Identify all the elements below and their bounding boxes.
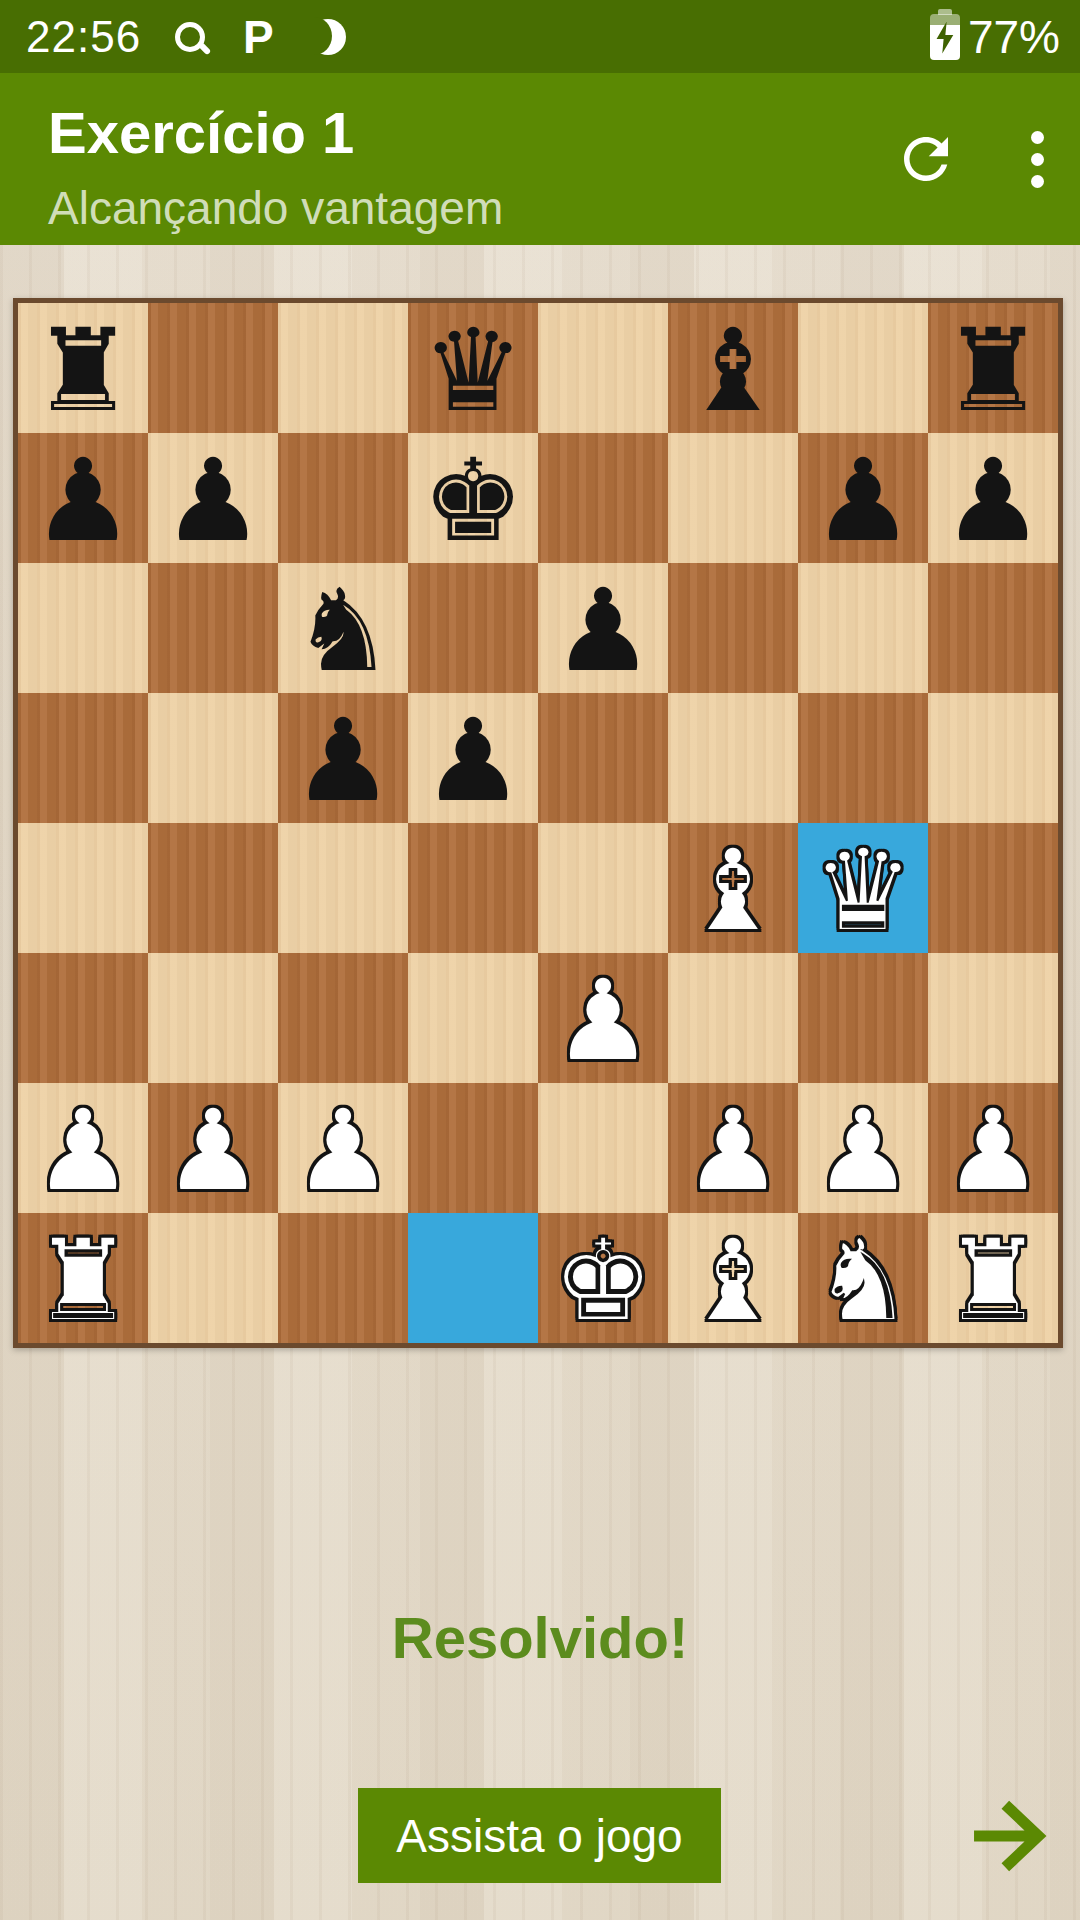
- square-a4[interactable]: [18, 823, 148, 953]
- square-a5[interactable]: [18, 693, 148, 823]
- p-notification-icon: P: [243, 14, 274, 60]
- square-f6[interactable]: [668, 563, 798, 693]
- clock: 22:56: [26, 12, 141, 62]
- white-rook: ♜: [942, 1224, 1044, 1338]
- square-g8[interactable]: [798, 303, 928, 433]
- square-g5[interactable]: [798, 693, 928, 823]
- square-b4[interactable]: [148, 823, 278, 953]
- square-g4[interactable]: ♛: [798, 823, 928, 953]
- square-d1[interactable]: [408, 1213, 538, 1343]
- square-a8[interactable]: ♜: [18, 303, 148, 433]
- app-bar-actions: [893, 73, 1062, 245]
- square-c3[interactable]: [278, 953, 408, 1083]
- black-pawn: ♟: [812, 444, 914, 558]
- status-bar: 22:56 P 77%: [0, 0, 1080, 73]
- square-b2[interactable]: ♟: [148, 1083, 278, 1213]
- white-pawn: ♟: [162, 1094, 264, 1208]
- app-screen: 22:56 P 77% Exercício 1 Alcançando vanta…: [0, 0, 1080, 1920]
- white-pawn: ♟: [682, 1094, 784, 1208]
- square-d5[interactable]: ♟: [408, 693, 538, 823]
- square-b3[interactable]: [148, 953, 278, 1083]
- square-a2[interactable]: ♟: [18, 1083, 148, 1213]
- black-rook: ♜: [32, 314, 134, 428]
- square-h6[interactable]: [928, 563, 1058, 693]
- white-knight: ♞: [812, 1224, 914, 1338]
- square-c8[interactable]: [278, 303, 408, 433]
- black-queen: ♛: [422, 314, 524, 428]
- square-h2[interactable]: ♟: [928, 1083, 1058, 1213]
- square-a6[interactable]: [18, 563, 148, 693]
- square-c7[interactable]: [278, 433, 408, 563]
- square-e8[interactable]: [538, 303, 668, 433]
- white-king: ♚: [552, 1224, 654, 1338]
- white-bishop: ♝: [682, 834, 784, 948]
- search-icon: [175, 22, 205, 52]
- square-h5[interactable]: [928, 693, 1058, 823]
- square-d2[interactable]: [408, 1083, 538, 1213]
- square-d8[interactable]: ♛: [408, 303, 538, 433]
- black-pawn: ♟: [422, 704, 524, 818]
- square-e1[interactable]: ♚: [538, 1213, 668, 1343]
- square-c5[interactable]: ♟: [278, 693, 408, 823]
- white-queen: ♛: [812, 834, 914, 948]
- square-h1[interactable]: ♜: [928, 1213, 1058, 1343]
- square-e2[interactable]: [538, 1083, 668, 1213]
- square-f3[interactable]: [668, 953, 798, 1083]
- square-f7[interactable]: [668, 433, 798, 563]
- square-h7[interactable]: ♟: [928, 433, 1058, 563]
- square-g6[interactable]: [798, 563, 928, 693]
- square-h3[interactable]: [928, 953, 1058, 1083]
- white-rook: ♜: [32, 1224, 134, 1338]
- square-c4[interactable]: [278, 823, 408, 953]
- chess-board: ♜♛♝♜♟♟♚♟♟♞♟♟♟♝♛♟♟♟♟♟♟♟♜♚♝♞♜: [13, 298, 1063, 1348]
- square-f4[interactable]: ♝: [668, 823, 798, 953]
- moon-icon: [312, 17, 348, 57]
- white-pawn: ♟: [942, 1094, 1044, 1208]
- arrow-forward-icon[interactable]: [963, 1790, 1055, 1882]
- black-pawn: ♟: [552, 574, 654, 688]
- square-f8[interactable]: ♝: [668, 303, 798, 433]
- square-g1[interactable]: ♞: [798, 1213, 928, 1343]
- square-g7[interactable]: ♟: [798, 433, 928, 563]
- white-pawn: ♟: [812, 1094, 914, 1208]
- square-d4[interactable]: [408, 823, 538, 953]
- black-pawn: ♟: [292, 704, 394, 818]
- square-e4[interactable]: [538, 823, 668, 953]
- app-bar: Exercício 1 Alcançando vantagem: [0, 73, 1080, 245]
- overflow-menu-icon[interactable]: [1013, 131, 1062, 188]
- square-b1[interactable]: [148, 1213, 278, 1343]
- square-g3[interactable]: [798, 953, 928, 1083]
- refresh-icon[interactable]: [893, 126, 959, 192]
- page-title: Exercício 1: [48, 99, 354, 166]
- square-b6[interactable]: [148, 563, 278, 693]
- black-pawn: ♟: [162, 444, 264, 558]
- square-g2[interactable]: ♟: [798, 1083, 928, 1213]
- black-king: ♚: [422, 444, 524, 558]
- page-subtitle: Alcançando vantagem: [48, 181, 503, 235]
- square-c1[interactable]: [278, 1213, 408, 1343]
- status-bar-right: 77%: [930, 10, 1060, 64]
- solved-status-text: Resolvido!: [0, 1604, 1080, 1671]
- square-a7[interactable]: ♟: [18, 433, 148, 563]
- square-b7[interactable]: ♟: [148, 433, 278, 563]
- square-b5[interactable]: [148, 693, 278, 823]
- square-h8[interactable]: ♜: [928, 303, 1058, 433]
- square-a3[interactable]: [18, 953, 148, 1083]
- black-rook: ♜: [942, 314, 1044, 428]
- watch-game-button[interactable]: Assista o jogo: [358, 1788, 721, 1883]
- square-h4[interactable]: [928, 823, 1058, 953]
- square-f2[interactable]: ♟: [668, 1083, 798, 1213]
- white-bishop: ♝: [682, 1224, 784, 1338]
- square-c2[interactable]: ♟: [278, 1083, 408, 1213]
- square-a1[interactable]: ♜: [18, 1213, 148, 1343]
- black-pawn: ♟: [942, 444, 1044, 558]
- black-bishop: ♝: [682, 314, 784, 428]
- white-pawn: ♟: [32, 1094, 134, 1208]
- square-c6[interactable]: ♞: [278, 563, 408, 693]
- battery-percent: 77%: [968, 10, 1060, 64]
- square-e3[interactable]: ♟: [538, 953, 668, 1083]
- square-d7[interactable]: ♚: [408, 433, 538, 563]
- square-e5[interactable]: [538, 693, 668, 823]
- black-pawn: ♟: [32, 444, 134, 558]
- black-knight: ♞: [292, 574, 394, 688]
- square-d6[interactable]: [408, 563, 538, 693]
- white-pawn: ♟: [552, 964, 654, 1078]
- square-f5[interactable]: [668, 693, 798, 823]
- square-e6[interactable]: ♟: [538, 563, 668, 693]
- white-pawn: ♟: [292, 1094, 394, 1208]
- battery-charging-icon: [930, 14, 960, 60]
- square-f1[interactable]: ♝: [668, 1213, 798, 1343]
- square-d3[interactable]: [408, 953, 538, 1083]
- square-e7[interactable]: [538, 433, 668, 563]
- status-icons: P: [175, 14, 348, 60]
- square-b8[interactable]: [148, 303, 278, 433]
